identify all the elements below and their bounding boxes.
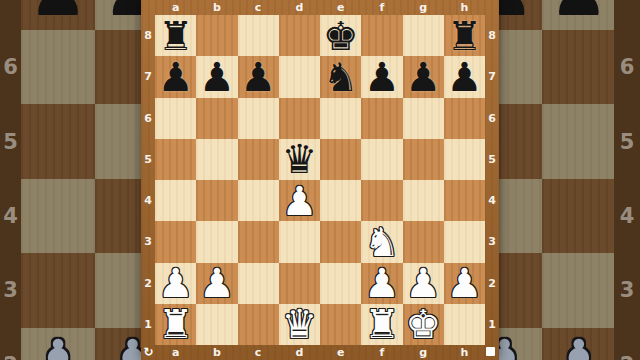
- bg-black-pawn-a7: ♟: [29, 0, 88, 26]
- rank-label-1: 1: [485, 304, 499, 345]
- rank-label-7: 7: [141, 56, 155, 97]
- square-h8[interactable]: ♜: [444, 15, 485, 56]
- background-rank-strip-left: 87654321: [0, 0, 21, 360]
- square-h1[interactable]: [444, 304, 485, 345]
- square-c7[interactable]: ♟: [238, 56, 279, 97]
- file-label-b: b: [196, 345, 237, 360]
- white-knight-f3[interactable]: ♞: [364, 222, 400, 262]
- square-f8[interactable]: [361, 15, 402, 56]
- file-label-f: f: [361, 345, 402, 360]
- square-e8[interactable]: ♚: [320, 15, 361, 56]
- black-pawn-f7[interactable]: ♟: [364, 57, 400, 97]
- bg-square-a5: [21, 104, 95, 178]
- square-h4[interactable]: [444, 180, 485, 221]
- rank-label-3: 3: [485, 221, 499, 262]
- square-f7[interactable]: ♟: [361, 56, 402, 97]
- chess-diagram-screen: ♜♚♜♟♟♟♞♟♟♟♛♟♞♟♟♟♟♟♜♛♜♚ 87654321 87654321…: [0, 0, 640, 360]
- bg-rank-label-4: 4: [0, 204, 21, 228]
- bg-square-h2: ♟: [542, 328, 616, 360]
- square-b8[interactable]: [196, 15, 237, 56]
- square-b3[interactable]: [196, 221, 237, 262]
- file-label-e: e: [320, 345, 361, 360]
- black-pawn-h7[interactable]: ♟: [446, 57, 482, 97]
- square-a2[interactable]: ♟: [155, 263, 196, 304]
- file-label-g: g: [403, 345, 444, 360]
- black-pawn-b7[interactable]: ♟: [199, 57, 235, 97]
- rank-label-2: 2: [141, 263, 155, 304]
- file-label-a: a: [155, 345, 196, 360]
- square-g7[interactable]: ♟: [403, 56, 444, 97]
- square-c8[interactable]: [238, 15, 279, 56]
- rank-label-8: 8: [485, 15, 499, 56]
- file-label-d: d: [279, 0, 320, 15]
- square-f3[interactable]: ♞: [361, 221, 402, 262]
- black-queen-d5[interactable]: ♛: [281, 139, 317, 179]
- rank-label-4: 4: [485, 180, 499, 221]
- square-a8[interactable]: ♜: [155, 15, 196, 56]
- white-rook-f1[interactable]: ♜: [364, 304, 400, 344]
- square-b7[interactable]: ♟: [196, 56, 237, 97]
- square-h2[interactable]: ♟: [444, 263, 485, 304]
- square-c6[interactable]: [238, 98, 279, 139]
- bg-rank-label-2: 2: [614, 353, 640, 360]
- bg-square-h5: [542, 104, 616, 178]
- rank-label-6: 6: [141, 98, 155, 139]
- bg-square-a4: [21, 179, 95, 253]
- square-h7[interactable]: ♟: [444, 56, 485, 97]
- square-b6[interactable]: [196, 98, 237, 139]
- square-e4[interactable]: [320, 180, 361, 221]
- bg-square-a7: ♟: [21, 0, 95, 30]
- bg-rank-label-3: 3: [0, 278, 21, 302]
- rank-label-8: 8: [141, 15, 155, 56]
- square-e2[interactable]: [320, 263, 361, 304]
- square-d7[interactable]: [279, 56, 320, 97]
- white-pawn-a2[interactable]: ♟: [158, 263, 194, 303]
- square-c5[interactable]: [238, 139, 279, 180]
- file-label-c: c: [238, 0, 279, 15]
- black-pawn-c7[interactable]: ♟: [240, 57, 276, 97]
- bg-rank-label-4: 4: [614, 204, 640, 228]
- bg-rank-label-3: 3: [614, 278, 640, 302]
- rank-label-3: 3: [141, 221, 155, 262]
- square-d2[interactable]: [279, 263, 320, 304]
- square-g5[interactable]: [403, 139, 444, 180]
- square-d1[interactable]: ♛: [279, 304, 320, 345]
- bg-square-a2: ♟: [21, 328, 95, 360]
- square-f1[interactable]: ♜: [361, 304, 402, 345]
- white-pawn-b2[interactable]: ♟: [199, 263, 235, 303]
- square-e1[interactable]: [320, 304, 361, 345]
- square-d4[interactable]: ♟: [279, 180, 320, 221]
- square-b5[interactable]: [196, 139, 237, 180]
- white-pawn-d4[interactable]: ♟: [281, 181, 317, 221]
- square-h3[interactable]: [444, 221, 485, 262]
- bg-rank-label-5: 5: [0, 130, 21, 154]
- side-to-move-indicator: [486, 347, 495, 356]
- square-a5[interactable]: [155, 139, 196, 180]
- square-c4[interactable]: [238, 180, 279, 221]
- bg-square-h3: [542, 253, 616, 327]
- square-c2[interactable]: [238, 263, 279, 304]
- bg-white-pawn-h2: ♟: [549, 332, 608, 360]
- file-label-g: g: [403, 0, 444, 15]
- rank-label-5: 5: [141, 139, 155, 180]
- square-d6[interactable]: [279, 98, 320, 139]
- square-h6[interactable]: [444, 98, 485, 139]
- square-g2[interactable]: ♟: [403, 263, 444, 304]
- square-b1[interactable]: [196, 304, 237, 345]
- file-labels-bottom: abcdefgh: [155, 345, 485, 360]
- square-a3[interactable]: [155, 221, 196, 262]
- bg-rank-label-7: 7: [0, 0, 21, 5]
- bg-rank-label-7: 7: [614, 0, 640, 5]
- black-king-e8[interactable]: ♚: [323, 16, 359, 56]
- rank-label-1: 1: [141, 304, 155, 345]
- square-e6[interactable]: [320, 98, 361, 139]
- black-pawn-g7[interactable]: ♟: [405, 57, 441, 97]
- white-pawn-g2[interactable]: ♟: [405, 263, 441, 303]
- file-label-f: f: [361, 0, 402, 15]
- white-queen-d1[interactable]: ♛: [281, 304, 317, 344]
- square-e7[interactable]: ♞: [320, 56, 361, 97]
- bg-square-h4: [542, 179, 616, 253]
- chess-board-frame: abcdefgh abcdefgh 87654321 87654321 ♜♚♜♟…: [141, 0, 499, 360]
- chess-board[interactable]: ♜♚♜♟♟♟♞♟♟♟♛♟♞♟♟♟♟♟♜♛♜♚: [155, 15, 485, 345]
- square-h5[interactable]: [444, 139, 485, 180]
- square-a1[interactable]: ♜: [155, 304, 196, 345]
- square-f2[interactable]: ♟: [361, 263, 402, 304]
- file-label-b: b: [196, 0, 237, 15]
- black-rook-a8[interactable]: ♜: [158, 16, 194, 56]
- white-pawn-h2[interactable]: ♟: [446, 263, 482, 303]
- square-d3[interactable]: [279, 221, 320, 262]
- square-a4[interactable]: [155, 180, 196, 221]
- rank-label-4: 4: [141, 180, 155, 221]
- black-rook-h8[interactable]: ♜: [446, 16, 482, 56]
- square-e5[interactable]: [320, 139, 361, 180]
- file-label-c: c: [238, 345, 279, 360]
- rank-label-7: 7: [485, 56, 499, 97]
- square-e3[interactable]: [320, 221, 361, 262]
- file-labels-top: abcdefgh: [155, 0, 485, 15]
- bg-rank-label-5: 5: [614, 130, 640, 154]
- square-a7[interactable]: ♟: [155, 56, 196, 97]
- rank-label-6: 6: [485, 98, 499, 139]
- black-knight-e7[interactable]: ♞: [323, 57, 359, 97]
- square-g4[interactable]: [403, 180, 444, 221]
- bg-black-pawn-h7: ♟: [549, 0, 608, 26]
- square-d5[interactable]: ♛: [279, 139, 320, 180]
- white-king-g1[interactable]: ♚: [405, 304, 441, 344]
- bg-rank-label-6: 6: [0, 55, 21, 79]
- background-rank-strip-right: 87654321: [614, 0, 640, 360]
- square-c3[interactable]: [238, 221, 279, 262]
- square-f4[interactable]: [361, 180, 402, 221]
- file-label-h: h: [444, 345, 485, 360]
- bg-square-a6: [21, 30, 95, 104]
- file-label-d: d: [279, 345, 320, 360]
- white-pawn-f2[interactable]: ♟: [364, 263, 400, 303]
- square-c1[interactable]: [238, 304, 279, 345]
- square-g8[interactable]: [403, 15, 444, 56]
- rank-labels-left: 87654321: [141, 15, 155, 345]
- square-g6[interactable]: [403, 98, 444, 139]
- rank-labels-right: 87654321: [485, 15, 499, 345]
- bg-white-pawn-a2: ♟: [29, 332, 88, 360]
- black-pawn-a7[interactable]: ♟: [158, 57, 194, 97]
- square-b2[interactable]: ♟: [196, 263, 237, 304]
- square-g1[interactable]: ♚: [403, 304, 444, 345]
- flip-board-icon[interactable]: ↻: [141, 344, 156, 359]
- square-f5[interactable]: [361, 139, 402, 180]
- rank-label-2: 2: [485, 263, 499, 304]
- square-d8[interactable]: [279, 15, 320, 56]
- bg-rank-label-6: 6: [614, 55, 640, 79]
- rank-label-5: 5: [485, 139, 499, 180]
- bg-square-h6: [542, 30, 616, 104]
- bg-square-a3: [21, 253, 95, 327]
- bg-rank-label-2: 2: [0, 353, 21, 360]
- bg-square-h7: ♟: [542, 0, 616, 30]
- square-b4[interactable]: [196, 180, 237, 221]
- white-rook-a1[interactable]: ♜: [158, 304, 194, 344]
- square-f6[interactable]: [361, 98, 402, 139]
- square-a6[interactable]: [155, 98, 196, 139]
- square-g3[interactable]: [403, 221, 444, 262]
